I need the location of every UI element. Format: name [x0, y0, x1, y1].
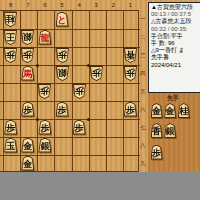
- piece-kanji: 歩: [90, 66, 103, 81]
- rank-label: 二: [140, 34, 146, 40]
- footer-strip: [0, 172, 200, 200]
- board-piece-82: 王: [4, 30, 17, 45]
- sente-player-name: ▲古賀悠聖六段: [151, 4, 200, 11]
- board-piece-76: 歩: [21, 102, 34, 117]
- grid-line: [54, 11, 55, 173]
- board-piece-81: 桂: [4, 12, 17, 27]
- board-piece-14: 歩: [124, 66, 137, 81]
- piece-kanji: 桂: [178, 103, 190, 118]
- hand-piece-歩: 歩: [151, 145, 163, 160]
- rank-label: 五: [140, 88, 146, 94]
- grid-line: [0, 119, 140, 120]
- piece-shape: 金: [21, 156, 34, 171]
- board-piece-47: 歩: [73, 120, 86, 135]
- board-piece-68: 銀: [38, 138, 51, 153]
- piece-shape: 銀: [38, 138, 51, 153]
- board-piece-67: 歩: [38, 120, 51, 135]
- piece-shape: 歩: [151, 145, 163, 160]
- piece-kanji: 歩: [124, 102, 137, 117]
- last-move: △9一香打 ま: [151, 47, 200, 54]
- piece-kanji: 歩: [4, 48, 17, 63]
- board-piece-88: 玉: [4, 138, 17, 153]
- piece-shape: 歩: [56, 102, 69, 117]
- piece-kanji: 銀: [21, 30, 34, 45]
- file-label: 2: [112, 2, 115, 8]
- rank-label: 六: [140, 106, 146, 112]
- piece-shape: 玉: [4, 138, 17, 153]
- piece-shape: 桂: [4, 12, 17, 27]
- piece-kanji: 金: [21, 156, 34, 171]
- piece-shape: 歩: [73, 84, 86, 99]
- piece-kanji: 金: [21, 138, 34, 153]
- piece-kanji: 歩: [73, 120, 86, 135]
- move-count: 手 数: 96: [151, 40, 200, 47]
- board-piece-13: 香: [124, 48, 137, 63]
- piece-shape: 香: [151, 123, 163, 138]
- piece-shape: 歩: [38, 84, 51, 99]
- piece-kanji: 歩: [56, 48, 69, 63]
- piece-kanji: 歩: [38, 84, 51, 99]
- gote-clock: 00:32 / 00:35:: [151, 26, 200, 33]
- piece-shape: 桂: [178, 103, 190, 118]
- piece-shape: 金: [151, 103, 163, 118]
- piece-shape: と: [56, 12, 69, 27]
- piece-kanji: と: [56, 12, 69, 27]
- piece-kanji: 銀: [56, 66, 69, 81]
- piece-kanji: 龍: [38, 30, 51, 45]
- rank-label: 九: [140, 160, 146, 166]
- hand-piece-桂: 桂: [178, 103, 190, 118]
- file-label: 1: [129, 2, 132, 8]
- piece-shape: 歩: [90, 66, 103, 81]
- star-point: [87, 118, 90, 121]
- board-piece-87: 歩: [4, 120, 17, 135]
- piece-kanji: 香: [124, 48, 137, 63]
- board-piece-62: 龍: [38, 30, 51, 45]
- board-piece-56: 歩: [56, 102, 69, 117]
- rank-label: 八: [140, 142, 146, 148]
- piece-shape: 歩: [21, 102, 34, 117]
- board-piece-45: 歩: [73, 84, 86, 99]
- grid-line: [0, 83, 140, 84]
- piece-kanji: 歩: [21, 102, 34, 117]
- board-piece-34: 歩: [90, 66, 103, 81]
- hand-piece-銀: 銀: [164, 123, 176, 138]
- piece-shape: 歩: [124, 102, 137, 117]
- board-piece-53: 歩: [56, 48, 69, 63]
- piece-kanji: 王: [4, 30, 17, 45]
- piece-shape: 歩: [56, 48, 69, 63]
- board-piece-73: 歩: [21, 48, 34, 63]
- hand-piece-金: 金: [151, 103, 163, 118]
- file-label: 5: [60, 2, 63, 8]
- file-label: 3: [95, 2, 98, 8]
- shogi-app-window: 987654321 一二三四五六七八九 ▲古賀悠聖六段 00:13 / 00:3…: [0, 0, 200, 200]
- file-label: 7: [26, 2, 29, 8]
- piece-shape: 歩: [4, 120, 17, 135]
- piece-shape: 歩: [21, 48, 34, 63]
- handicap-label: 手合割:平手: [151, 33, 200, 40]
- piece-shape: 歩: [73, 120, 86, 135]
- piece-kanji: 歩: [151, 145, 163, 160]
- board-piece-74: 馬: [21, 66, 34, 81]
- sente-clock: 00:13 / 00:37:5: [151, 11, 200, 18]
- piece-shape: 馬: [21, 66, 34, 81]
- hand-piece-金: 金: [164, 103, 176, 118]
- piece-shape: 歩: [4, 48, 17, 63]
- stand-label: 先手: [167, 95, 179, 101]
- grid-line: [89, 11, 90, 173]
- piece-shape: 金: [21, 138, 34, 153]
- piece-kanji: 歩: [73, 84, 86, 99]
- board-piece-51: と: [56, 12, 69, 27]
- piece-kanji: 金: [164, 103, 176, 118]
- board-piece-54: 銀: [56, 66, 69, 81]
- hand-piece-香: 香: [151, 123, 163, 138]
- board-piece-72: 銀: [21, 30, 34, 45]
- rank-label: 一: [140, 16, 146, 22]
- piece-shape: 龍: [38, 30, 51, 45]
- piece-kanji: 金: [151, 103, 163, 118]
- file-label: 8: [9, 2, 12, 8]
- board-piece-16: 歩: [124, 102, 137, 117]
- board-piece-79: 金: [21, 156, 34, 171]
- piece-shape: 銀: [164, 123, 176, 138]
- grid-line: [123, 11, 124, 173]
- piece-kanji: 玉: [4, 138, 17, 153]
- piece-kanji: 銀: [164, 123, 176, 138]
- rank-label: 三: [140, 52, 146, 58]
- piece-kanji: 歩: [4, 120, 17, 135]
- piece-kanji: 歩: [21, 48, 34, 63]
- grid-line: [106, 11, 107, 173]
- piece-shape: 歩: [38, 120, 51, 135]
- piece-shape: 歩: [124, 66, 137, 81]
- piece-kanji: 歩: [38, 120, 51, 135]
- piece-shape: 王: [4, 30, 17, 45]
- rank-label: 四: [140, 70, 146, 76]
- gote-player-name: △古森悠太五段: [151, 18, 200, 25]
- piece-kanji: 歩: [124, 66, 137, 81]
- piece-shape: 香: [124, 48, 137, 63]
- board-piece-65: 歩: [38, 84, 51, 99]
- game-info-panel: ▲古賀悠聖六段 00:13 / 00:37:5 △古森悠太五段 00:32 / …: [148, 2, 200, 93]
- piece-kanji: 馬: [21, 66, 34, 81]
- turn-indicator: 先手番: [151, 54, 200, 61]
- piece-kanji: 桂: [4, 12, 17, 27]
- piece-kanji: 歩: [56, 102, 69, 117]
- piece-shape: 銀: [21, 30, 34, 45]
- board-piece-78: 金: [21, 138, 34, 153]
- rank-label: 七: [140, 124, 146, 130]
- piece-shape: 金: [164, 103, 176, 118]
- file-label: 6: [43, 2, 46, 8]
- game-date: 2024/04/21: [151, 62, 200, 69]
- board-piece-83: 歩: [4, 48, 17, 63]
- piece-shape: 銀: [56, 66, 69, 81]
- star-point: [36, 64, 39, 67]
- file-label: 4: [77, 2, 80, 8]
- piece-kanji: 銀: [38, 138, 51, 153]
- piece-kanji: 香: [151, 123, 163, 138]
